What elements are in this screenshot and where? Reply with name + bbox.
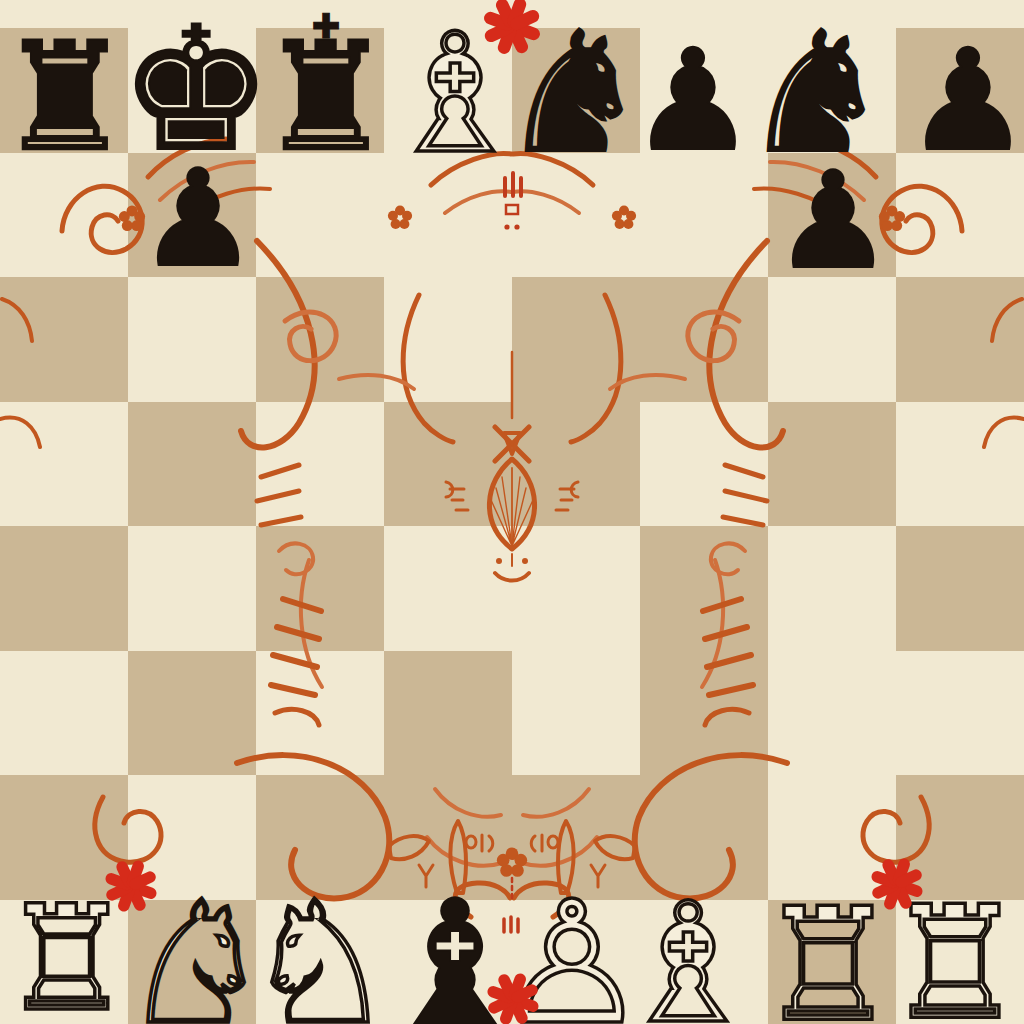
piece-black-pawn-h8[interactable]: ♟	[905, 31, 1024, 171]
chess-illustration: { "game": "chess", "scene": "decorative …	[0, 0, 1024, 1024]
piece-black-pawn-b7[interactable]: ♟	[138, 152, 258, 286]
piece-black-rook-a8[interactable]: ♜	[0, 22, 132, 172]
piece-black-pawn-g7[interactable]: ♟	[773, 154, 893, 288]
pieces-layer: ♜♚♜✚♗♞♟♞♟♟♟♖♘♘♝♙♗♖♖	[0, 0, 1024, 1024]
piece-white-knight-c1[interactable]: ♘	[244, 878, 396, 1024]
piece-white-rook-h1[interactable]: ♖	[885, 885, 1024, 1024]
piece-black-cross-finial-c8[interactable]: ✚	[312, 9, 341, 43]
piece-white-bishop-f1[interactable]: ♗	[614, 881, 763, 1024]
piece-black-knight-e8[interactable]: ♞	[499, 9, 650, 177]
piece-black-pawn-f8[interactable]: ♟	[630, 31, 756, 171]
piece-white-rook-a1[interactable]: ♖	[2, 885, 133, 1024]
piece-white-rook-g1[interactable]: ♖	[758, 887, 898, 1024]
